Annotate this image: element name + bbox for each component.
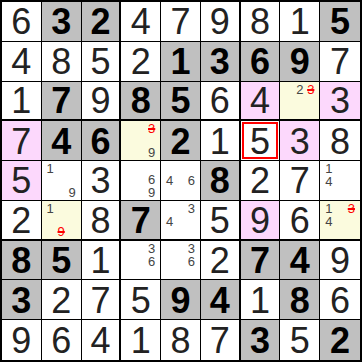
cell-r9c8[interactable]: 5: [280, 320, 320, 360]
given-digit: 8: [11, 243, 31, 279]
cell-r3c4[interactable]: 8: [121, 82, 161, 122]
pencil-marks: 39: [121, 121, 160, 160]
given-digit: 3: [11, 283, 31, 319]
cell-r3c2[interactable]: 7: [42, 82, 82, 122]
given-digit: 5: [330, 4, 350, 40]
solved-digit: 8: [330, 124, 350, 160]
cell-r5c6[interactable]: 8: [201, 161, 241, 201]
given-digit: 8: [210, 163, 230, 199]
pencil-marks: 36: [161, 241, 200, 280]
given-digit: 2: [330, 323, 350, 359]
cell-r4c2[interactable]: 4: [42, 121, 82, 161]
cell-r4c4[interactable]: 39: [121, 121, 161, 161]
pencil-marks: 14: [320, 161, 360, 200]
solved-digit: 7: [170, 4, 190, 40]
crossed-candidate-9: 9: [56, 225, 67, 238]
cell-r2c2[interactable]: 8: [42, 42, 82, 82]
solved-digit: 3: [330, 83, 350, 119]
solved-digit: 6: [290, 203, 310, 239]
cell-r7c5[interactable]: 36: [161, 241, 201, 281]
solved-digit: 6: [330, 283, 350, 319]
candidate-3: 3: [146, 242, 157, 255]
cell-r7c3[interactable]: 1: [82, 241, 122, 281]
cell-r4c8[interactable]: 3: [280, 121, 320, 161]
cell-r5c4[interactable]: 69: [121, 161, 161, 201]
cell-r5c2[interactable]: 19: [42, 161, 82, 201]
solved-digit: 2: [131, 44, 151, 80]
given-digit: 9: [170, 283, 190, 319]
given-digit: 4: [290, 243, 310, 279]
cell-r3c6[interactable]: 6: [201, 82, 241, 122]
cell-r8c9[interactable]: 6: [320, 280, 360, 320]
cell-r2c4[interactable]: 2: [121, 42, 161, 82]
cell-r9c3[interactable]: 4: [82, 320, 122, 360]
solved-digit: 1: [250, 283, 270, 319]
solved-digit: 5: [11, 163, 31, 199]
solved-digit: 4: [90, 323, 110, 359]
candidate-1: 1: [323, 202, 334, 215]
cell-r7c7[interactable]: 7: [241, 241, 281, 281]
solved-digit: 6: [210, 83, 230, 119]
solved-digit: 5: [210, 203, 230, 239]
candidate-4: 4: [164, 215, 175, 228]
candidate-6: 6: [146, 255, 157, 268]
candidate-4: 4: [323, 215, 334, 228]
given-digit: 7: [131, 203, 151, 239]
cell-r6c3[interactable]: 8: [82, 201, 122, 241]
solved-digit: 5: [131, 283, 151, 319]
cell-r6c1[interactable]: 2: [2, 201, 42, 241]
solved-digit: 1: [90, 243, 110, 279]
cell-r1c7[interactable]: 8: [241, 2, 281, 42]
crossed-candidate-3: 3: [346, 202, 357, 215]
candidate-6: 6: [186, 174, 197, 187]
candidate-9: 9: [146, 146, 157, 159]
given-digit: 1: [170, 44, 190, 80]
cell-r5c3[interactable]: 3: [82, 161, 122, 201]
solved-digit: 2: [210, 243, 230, 279]
solved-digit: 8: [170, 323, 190, 359]
given-digit: 8: [290, 283, 310, 319]
cell-r2c6[interactable]: 3: [201, 42, 241, 82]
cell-r8c8[interactable]: 8: [280, 280, 320, 320]
cell-r1c8[interactable]: 1: [280, 2, 320, 42]
solved-digit: 5: [90, 44, 110, 80]
cell-r8c7[interactable]: 1: [241, 280, 281, 320]
cell-r2c9[interactable]: 7: [320, 42, 360, 82]
candidate-4: 4: [323, 175, 334, 188]
cell-r6c9[interactable]: 134: [320, 201, 360, 241]
given-digit: 4: [51, 124, 71, 160]
cell-r6c6[interactable]: 5: [201, 201, 241, 241]
cell-r8c5[interactable]: 9: [161, 280, 201, 320]
candidate-9: 9: [146, 186, 157, 199]
solved-digit: 4: [131, 4, 151, 40]
cell-r6c2[interactable]: 19: [42, 201, 82, 241]
cell-r7c4[interactable]: 36: [121, 241, 161, 281]
pencil-marks: 46: [161, 161, 200, 200]
cell-r8c2[interactable]: 2: [42, 280, 82, 320]
cell-r5c9[interactable]: 14: [320, 161, 360, 201]
solved-digit: 7: [330, 44, 350, 80]
solved-digit: 9: [11, 323, 31, 359]
cell-r8c1[interactable]: 3: [2, 280, 42, 320]
cell-r8c6[interactable]: 4: [201, 280, 241, 320]
solved-digit: 8: [51, 44, 71, 80]
given-digit: 8: [131, 83, 151, 119]
cell-r1c5[interactable]: 7: [161, 2, 201, 42]
solved-digit: 9: [90, 83, 110, 119]
cell-r4c9[interactable]: 8: [320, 121, 360, 161]
solved-digit: 1: [131, 323, 151, 359]
candidate-6: 6: [146, 173, 157, 186]
candidate-1: 1: [45, 202, 56, 215]
given-digit: 7: [51, 83, 71, 119]
given-digit: 6: [250, 44, 270, 80]
pencil-marks: 134: [320, 201, 360, 239]
cell-r1c2[interactable]: 3: [42, 2, 82, 42]
given-digit: 4: [210, 283, 230, 319]
crossed-candidate-3: 3: [305, 83, 316, 96]
given-digit: 3: [51, 4, 71, 40]
cell-r6c7[interactable]: 9: [241, 201, 281, 241]
solved-digit: 3: [290, 124, 310, 160]
cell-r7c6[interactable]: 2: [201, 241, 241, 281]
given-digit: 3: [250, 323, 270, 359]
cell-r4c1[interactable]: 7: [2, 121, 42, 161]
pencil-marks: 19: [42, 161, 81, 200]
solved-digit: 7: [11, 124, 31, 160]
cell-r3c1[interactable]: 1: [2, 82, 42, 122]
solved-digit: 3: [90, 163, 110, 199]
cell-r2c3[interactable]: 5: [82, 42, 122, 82]
cell-r7c9[interactable]: 9: [320, 241, 360, 281]
candidate-3: 3: [186, 202, 197, 215]
solved-digit: 4: [11, 44, 31, 80]
cell-r4c3[interactable]: 6: [82, 121, 122, 161]
solved-digit: 6: [11, 4, 31, 40]
given-digit: 2: [170, 124, 190, 160]
cell-r8c3[interactable]: 7: [82, 280, 122, 320]
given-digit: 7: [250, 243, 270, 279]
given-digit: 3: [210, 44, 230, 80]
cell-r5c8[interactable]: 7: [280, 161, 320, 201]
cell-r9c7[interactable]: 3: [241, 320, 281, 360]
solved-digit: 4: [250, 83, 270, 119]
cell-r9c5[interactable]: 8: [161, 320, 201, 360]
candidate-1: 1: [45, 162, 56, 175]
cell-r6c4[interactable]: 7: [121, 201, 161, 241]
cell-r5c5[interactable]: 46: [161, 161, 201, 201]
cell-r9c4[interactable]: 1: [121, 320, 161, 360]
cell-r9c2[interactable]: 6: [42, 320, 82, 360]
solved-digit: 9: [210, 4, 230, 40]
cell-r9c1[interactable]: 9: [2, 320, 42, 360]
pencil-marks: 23: [280, 82, 319, 120]
solved-digit: 2: [11, 203, 31, 239]
cell-r1c6[interactable]: 9: [201, 2, 241, 42]
solved-digit: 9: [330, 243, 350, 279]
solved-digit: 6: [51, 323, 71, 359]
cell-r3c7[interactable]: 4: [241, 82, 281, 122]
pencil-marks: 36: [121, 241, 160, 280]
cell-r3c3[interactable]: 9: [82, 82, 122, 122]
cell-r4c6[interactable]: 1: [201, 121, 241, 161]
cell-r1c4[interactable]: 4: [121, 2, 161, 42]
cell-r4c5[interactable]: 2: [161, 121, 201, 161]
pencil-marks: 69: [121, 161, 160, 200]
candidate-2: 2: [294, 83, 305, 96]
cell-r5c1[interactable]: 5: [2, 161, 42, 201]
pencil-marks: 19: [42, 201, 81, 239]
solved-digit: 7: [210, 323, 230, 359]
cell-r3c5[interactable]: 5: [161, 82, 201, 122]
solved-digit: 1: [11, 83, 31, 119]
solved-digit: 7: [290, 163, 310, 199]
candidate-6: 6: [186, 255, 197, 268]
cell-r3c9[interactable]: 3: [320, 82, 360, 122]
cell-r1c9[interactable]: 5: [320, 2, 360, 42]
cell-r6c5[interactable]: 34: [161, 201, 201, 241]
sudoku-board: 6324798154852136971798564233746392153851…: [0, 0, 362, 362]
solved-digit: 8: [250, 4, 270, 40]
solved-digit: 5: [290, 323, 310, 359]
given-digit: 6: [90, 124, 110, 160]
given-digit: 2: [90, 4, 110, 40]
cell-r7c1[interactable]: 8: [2, 241, 42, 281]
cell-r4c7[interactable]: 5: [241, 121, 281, 161]
solved-digit: 5: [250, 124, 270, 160]
given-digit: 5: [170, 83, 190, 119]
cell-r7c8[interactable]: 4: [280, 241, 320, 281]
cell-r2c7[interactable]: 6: [241, 42, 281, 82]
cell-r8c4[interactable]: 5: [121, 280, 161, 320]
solved-digit: 9: [250, 203, 270, 239]
given-digit: 5: [51, 243, 71, 279]
cell-r9c9[interactable]: 2: [320, 320, 360, 360]
given-digit: 9: [290, 44, 310, 80]
candidate-9: 9: [67, 186, 78, 199]
cell-r9c6[interactable]: 7: [201, 320, 241, 360]
solved-digit: 1: [290, 4, 310, 40]
candidate-4: 4: [164, 174, 175, 187]
candidate-3: 3: [186, 242, 197, 255]
cell-r6c8[interactable]: 6: [280, 201, 320, 241]
solved-digit: 2: [51, 283, 71, 319]
solved-digit: 2: [250, 163, 270, 199]
solved-digit: 7: [90, 283, 110, 319]
solved-digit: 1: [210, 124, 230, 160]
cell-r1c1[interactable]: 6: [2, 2, 42, 42]
cell-r2c5[interactable]: 1: [161, 42, 201, 82]
solved-digit: 8: [90, 203, 110, 239]
cell-r1c3[interactable]: 2: [82, 2, 122, 42]
cell-r2c1[interactable]: 4: [2, 42, 42, 82]
pencil-marks: 34: [161, 201, 200, 239]
cell-r7c2[interactable]: 5: [42, 241, 82, 281]
cell-r5c7[interactable]: 2: [241, 161, 281, 201]
crossed-candidate-3: 3: [146, 122, 157, 135]
cell-r2c8[interactable]: 9: [280, 42, 320, 82]
cell-r3c8[interactable]: 23: [280, 82, 320, 122]
